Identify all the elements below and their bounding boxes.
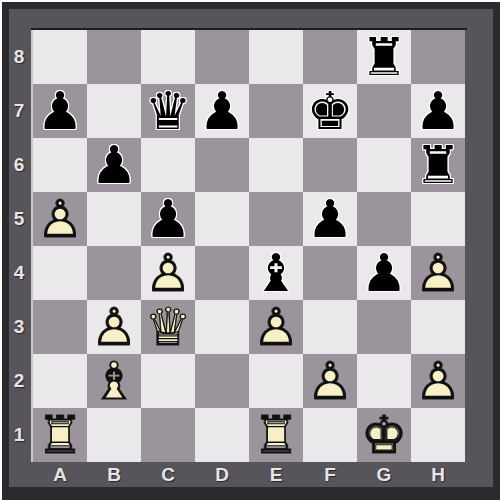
square-d5[interactable] (195, 192, 249, 246)
square-f1[interactable] (303, 408, 357, 462)
square-g4[interactable]: ♟ (357, 246, 411, 300)
square-c7[interactable]: ♛ (141, 84, 195, 138)
square-h4[interactable]: ♟♙ (411, 246, 465, 300)
square-e1[interactable]: ♜♖ (249, 408, 303, 462)
square-a2[interactable] (33, 354, 87, 408)
rank-label-5: 5 (7, 192, 31, 246)
square-b1[interactable] (87, 408, 141, 462)
rank-label-4: 4 (7, 246, 31, 300)
square-h5[interactable] (411, 192, 465, 246)
square-h8[interactable] (411, 30, 465, 84)
square-e5[interactable] (249, 192, 303, 246)
black-bishop[interactable]: ♝ (249, 246, 303, 300)
file-label-a: A (33, 462, 87, 488)
square-b7[interactable] (87, 84, 141, 138)
file-label-h: H (411, 462, 465, 488)
black-pawn[interactable]: ♟ (87, 138, 141, 192)
square-d3[interactable] (195, 300, 249, 354)
frame-highlight-top (0, 0, 500, 2)
square-e4[interactable]: ♝ (249, 246, 303, 300)
black-pawn[interactable]: ♟ (411, 84, 465, 138)
frame-highlight-left (0, 0, 2, 500)
white-pawn[interactable]: ♟♙ (303, 354, 357, 408)
chess-board: ♜♟♛♟♚♟♟♜♟♙♟♟♟♙♝♟♟♙♟♙♛♕♟♙♝♗♟♙♟♙♜♖♜♖♚♔ (33, 30, 465, 462)
white-rook[interactable]: ♜♖ (249, 408, 303, 462)
black-queen[interactable]: ♛ (141, 84, 195, 138)
board-frame: ♜♟♛♟♚♟♟♜♟♙♟♟♟♙♝♟♟♙♟♙♛♕♟♙♝♗♟♙♟♙♜♖♜♖♚♔ 876… (0, 0, 500, 500)
black-pawn[interactable]: ♟ (33, 84, 87, 138)
square-d7[interactable]: ♟ (195, 84, 249, 138)
square-d4[interactable] (195, 246, 249, 300)
black-pawn[interactable]: ♟ (195, 84, 249, 138)
square-a5[interactable]: ♟♙ (33, 192, 87, 246)
square-b4[interactable] (87, 246, 141, 300)
white-rook[interactable]: ♜♖ (33, 408, 87, 462)
square-h7[interactable]: ♟ (411, 84, 465, 138)
white-pawn[interactable]: ♟♙ (87, 300, 141, 354)
file-label-e: E (249, 462, 303, 488)
square-c4[interactable]: ♟♙ (141, 246, 195, 300)
file-label-f: F (303, 462, 357, 488)
square-a7[interactable]: ♟ (33, 84, 87, 138)
square-c1[interactable] (141, 408, 195, 462)
rank-label-2: 2 (7, 354, 31, 408)
white-pawn[interactable]: ♟♙ (411, 354, 465, 408)
square-g7[interactable] (357, 84, 411, 138)
black-pawn[interactable]: ♟ (303, 192, 357, 246)
rank-label-7: 7 (7, 84, 31, 138)
file-label-c: C (141, 462, 195, 488)
square-e2[interactable] (249, 354, 303, 408)
white-bishop[interactable]: ♝♗ (87, 354, 141, 408)
square-c5[interactable]: ♟ (141, 192, 195, 246)
square-f2[interactable]: ♟♙ (303, 354, 357, 408)
square-d6[interactable] (195, 138, 249, 192)
square-d1[interactable] (195, 408, 249, 462)
square-h1[interactable] (411, 408, 465, 462)
black-pawn[interactable]: ♟ (357, 246, 411, 300)
square-a6[interactable] (33, 138, 87, 192)
square-a8[interactable] (33, 30, 87, 84)
rank-label-8: 8 (7, 30, 31, 84)
square-f7[interactable]: ♚ (303, 84, 357, 138)
square-g5[interactable] (357, 192, 411, 246)
rank-label-1: 1 (7, 408, 31, 462)
square-e7[interactable] (249, 84, 303, 138)
square-c6[interactable] (141, 138, 195, 192)
square-f8[interactable] (303, 30, 357, 84)
square-g6[interactable] (357, 138, 411, 192)
square-h2[interactable]: ♟♙ (411, 354, 465, 408)
file-label-d: D (195, 462, 249, 488)
square-f6[interactable] (303, 138, 357, 192)
square-h6[interactable]: ♜ (411, 138, 465, 192)
square-g1[interactable]: ♚♔ (357, 408, 411, 462)
square-c3[interactable]: ♛♕ (141, 300, 195, 354)
square-b5[interactable] (87, 192, 141, 246)
square-a4[interactable] (33, 246, 87, 300)
white-queen[interactable]: ♛♕ (141, 300, 195, 354)
rank-label-6: 6 (7, 138, 31, 192)
square-b2[interactable]: ♝♗ (87, 354, 141, 408)
white-king[interactable]: ♚♔ (357, 408, 411, 462)
square-a1[interactable]: ♜♖ (33, 408, 87, 462)
file-label-b: B (87, 462, 141, 488)
rank-label-3: 3 (7, 300, 31, 354)
square-g2[interactable] (357, 354, 411, 408)
white-pawn[interactable]: ♟♙ (411, 246, 465, 300)
white-pawn[interactable]: ♟♙ (249, 300, 303, 354)
square-g3[interactable] (357, 300, 411, 354)
square-c8[interactable] (141, 30, 195, 84)
black-pawn[interactable]: ♟ (141, 192, 195, 246)
square-e6[interactable] (249, 138, 303, 192)
square-d8[interactable] (195, 30, 249, 84)
square-e3[interactable]: ♟♙ (249, 300, 303, 354)
file-label-g: G (357, 462, 411, 488)
square-f3[interactable] (303, 300, 357, 354)
square-f4[interactable] (303, 246, 357, 300)
black-rook[interactable]: ♜ (357, 30, 411, 84)
white-pawn[interactable]: ♟♙ (141, 246, 195, 300)
square-h3[interactable] (411, 300, 465, 354)
square-e8[interactable] (249, 30, 303, 84)
square-c2[interactable] (141, 354, 195, 408)
square-f5[interactable]: ♟ (303, 192, 357, 246)
white-pawn[interactable]: ♟♙ (33, 192, 87, 246)
black-rook[interactable]: ♜ (411, 138, 465, 192)
square-a3[interactable] (33, 300, 87, 354)
square-b6[interactable]: ♟ (87, 138, 141, 192)
square-d2[interactable] (195, 354, 249, 408)
black-king[interactable]: ♚ (303, 84, 357, 138)
square-b3[interactable]: ♟♙ (87, 300, 141, 354)
square-b8[interactable] (87, 30, 141, 84)
square-g8[interactable]: ♜ (357, 30, 411, 84)
